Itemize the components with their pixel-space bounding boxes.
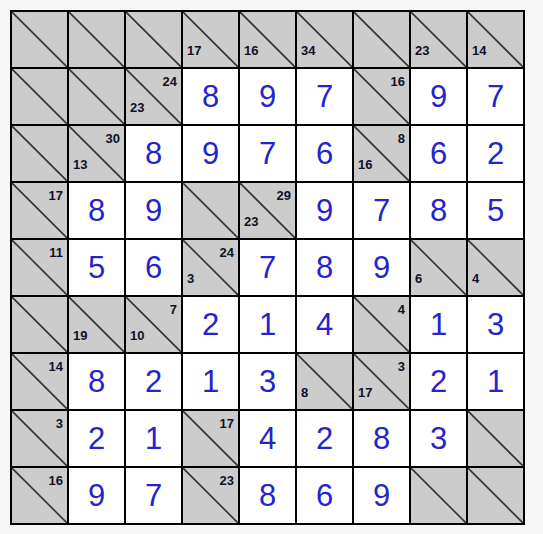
cell-value: 9 xyxy=(316,193,333,229)
cell-value: 7 xyxy=(487,79,504,115)
diagonal-line xyxy=(12,297,67,352)
cell-r9c5-entry[interactable]: 8 xyxy=(240,468,295,523)
cell-value: 6 xyxy=(430,136,447,172)
cell-r3c1-block xyxy=(12,126,67,181)
cell-r8c8-entry[interactable]: 3 xyxy=(411,411,466,466)
across-clue: 17 xyxy=(220,417,234,430)
across-clue: 23 xyxy=(220,474,234,487)
cell-r3c4-entry[interactable]: 9 xyxy=(183,126,238,181)
cell-r8c4-clue: 17 xyxy=(183,411,238,466)
across-clue: 3 xyxy=(398,360,405,373)
cell-value: 9 xyxy=(373,250,390,286)
cell-r8c2-entry[interactable]: 2 xyxy=(69,411,124,466)
diagonal-line xyxy=(12,69,67,124)
cell-r9c9-block xyxy=(468,468,523,523)
cell-r5c1-clue: 11 xyxy=(12,240,67,295)
cell-r5c7-entry[interactable]: 9 xyxy=(354,240,409,295)
diagonal-line xyxy=(240,12,295,67)
cell-value: 6 xyxy=(316,478,333,514)
cell-r8c5-entry[interactable]: 4 xyxy=(240,411,295,466)
cell-value: 8 xyxy=(88,193,105,229)
cell-value: 9 xyxy=(88,478,105,514)
cell-value: 9 xyxy=(145,193,162,229)
cell-value: 3 xyxy=(259,364,276,400)
across-clue: 7 xyxy=(170,303,177,316)
cell-r8c3-entry[interactable]: 1 xyxy=(126,411,181,466)
cell-value: 8 xyxy=(202,79,219,115)
cell-r3c2-clue: 1330 xyxy=(69,126,124,181)
cell-r3c9-entry[interactable]: 2 xyxy=(468,126,523,181)
across-clue: 16 xyxy=(391,75,405,88)
down-clue: 6 xyxy=(415,272,422,285)
diagonal-line xyxy=(69,69,124,124)
cell-value: 9 xyxy=(373,478,390,514)
down-clue: 4 xyxy=(472,272,479,285)
down-clue: 3 xyxy=(187,272,194,285)
cell-r4c4-block xyxy=(183,183,238,238)
down-clue: 10 xyxy=(130,329,144,342)
cell-value: 3 xyxy=(487,307,504,343)
cell-r4c9-entry[interactable]: 5 xyxy=(468,183,523,238)
cell-r2c4-entry[interactable]: 8 xyxy=(183,69,238,124)
cell-r1c1-block xyxy=(12,12,67,67)
cell-r6c2-clue: 19 xyxy=(69,297,124,352)
cell-r4c3-entry[interactable]: 9 xyxy=(126,183,181,238)
cell-r5c4-clue: 324 xyxy=(183,240,238,295)
cell-r3c7-clue: 168 xyxy=(354,126,409,181)
cell-r9c3-entry[interactable]: 7 xyxy=(126,468,181,523)
cell-r4c6-entry[interactable]: 9 xyxy=(297,183,352,238)
cell-r1c5-clue: 16 xyxy=(240,12,295,67)
cell-r7c6-clue: 8 xyxy=(297,354,352,409)
kakuro-board: 1716342314232489716971330897616862178923… xyxy=(10,10,525,525)
down-clue: 23 xyxy=(130,101,144,114)
across-clue: 24 xyxy=(163,75,177,88)
cell-value: 9 xyxy=(259,79,276,115)
cell-r1c4-clue: 17 xyxy=(183,12,238,67)
cell-r2c9-entry[interactable]: 7 xyxy=(468,69,523,124)
cell-r3c3-entry[interactable]: 8 xyxy=(126,126,181,181)
cell-r9c6-entry[interactable]: 6 xyxy=(297,468,352,523)
cell-r6c9-entry[interactable]: 3 xyxy=(468,297,523,352)
cell-r3c5-entry[interactable]: 7 xyxy=(240,126,295,181)
down-clue: 19 xyxy=(73,329,87,342)
across-clue: 29 xyxy=(277,189,291,202)
cell-r5c6-entry[interactable]: 8 xyxy=(297,240,352,295)
cell-value: 6 xyxy=(316,136,333,172)
cell-value: 1 xyxy=(145,421,162,457)
cell-value: 4 xyxy=(259,421,276,457)
cell-value: 2 xyxy=(430,364,447,400)
cell-r4c7-entry[interactable]: 7 xyxy=(354,183,409,238)
diagonal-line xyxy=(12,12,67,67)
diagonal-line xyxy=(69,12,124,67)
cell-r8c7-entry[interactable]: 8 xyxy=(354,411,409,466)
cell-r6c6-entry[interactable]: 4 xyxy=(297,297,352,352)
cell-r7c3-entry[interactable]: 2 xyxy=(126,354,181,409)
cell-value: 8 xyxy=(316,250,333,286)
cell-value: 8 xyxy=(88,364,105,400)
diagonal-line xyxy=(354,12,409,67)
cell-r1c7-block xyxy=(354,12,409,67)
down-clue: 23 xyxy=(244,215,258,228)
cell-r5c2-entry[interactable]: 5 xyxy=(69,240,124,295)
cell-r7c1-clue: 14 xyxy=(12,354,67,409)
down-clue: 23 xyxy=(415,44,429,57)
cell-value: 7 xyxy=(373,193,390,229)
cell-value: 1 xyxy=(430,307,447,343)
cell-r7c2-entry[interactable]: 8 xyxy=(69,354,124,409)
cell-r5c8-clue: 6 xyxy=(411,240,466,295)
diagonal-line xyxy=(183,12,238,67)
across-clue: 17 xyxy=(49,189,63,202)
cell-r4c1-clue: 17 xyxy=(12,183,67,238)
diagonal-line xyxy=(411,240,466,295)
cell-r9c4-clue: 23 xyxy=(183,468,238,523)
cell-r5c5-entry[interactable]: 7 xyxy=(240,240,295,295)
cell-r7c9-entry[interactable]: 1 xyxy=(468,354,523,409)
cell-value: 5 xyxy=(487,193,504,229)
cell-value: 2 xyxy=(487,136,504,172)
cell-r7c4-entry[interactable]: 1 xyxy=(183,354,238,409)
cell-r9c1-clue: 16 xyxy=(12,468,67,523)
down-clue: 16 xyxy=(358,158,372,171)
cell-value: 1 xyxy=(202,364,219,400)
cell-r4c8-entry[interactable]: 8 xyxy=(411,183,466,238)
cell-value: 1 xyxy=(259,307,276,343)
across-clue: 3 xyxy=(56,417,63,430)
cell-value: 2 xyxy=(202,307,219,343)
cell-value: 9 xyxy=(202,136,219,172)
down-clue: 13 xyxy=(73,158,87,171)
cell-value: 1 xyxy=(487,364,504,400)
diagonal-line xyxy=(468,12,523,67)
diagonal-line xyxy=(411,12,466,67)
cell-r2c3-clue: 2324 xyxy=(126,69,181,124)
cell-r8c1-clue: 3 xyxy=(12,411,67,466)
cell-r7c8-entry[interactable]: 2 xyxy=(411,354,466,409)
down-clue: 34 xyxy=(301,44,315,57)
down-clue: 16 xyxy=(244,44,258,57)
diagonal-line xyxy=(411,468,466,523)
cell-r6c1-block xyxy=(12,297,67,352)
across-clue: 16 xyxy=(49,474,63,487)
cell-r7c7-clue: 173 xyxy=(354,354,409,409)
diagonal-line xyxy=(69,297,124,352)
cell-r2c6-entry[interactable]: 7 xyxy=(297,69,352,124)
cell-r6c7-clue: 4 xyxy=(354,297,409,352)
cell-r5c3-entry[interactable]: 6 xyxy=(126,240,181,295)
cell-r8c6-entry[interactable]: 2 xyxy=(297,411,352,466)
cell-value: 2 xyxy=(88,421,105,457)
diagonal-line xyxy=(468,468,523,523)
cell-r9c8-block xyxy=(411,468,466,523)
cell-value: 7 xyxy=(259,250,276,286)
cell-r2c8-entry[interactable]: 9 xyxy=(411,69,466,124)
diagonal-line xyxy=(12,126,67,181)
cell-value: 7 xyxy=(145,478,162,514)
cell-value: 8 xyxy=(373,421,390,457)
cell-r6c8-entry[interactable]: 1 xyxy=(411,297,466,352)
cell-r9c2-entry[interactable]: 9 xyxy=(69,468,124,523)
cell-r6c4-entry[interactable]: 2 xyxy=(183,297,238,352)
across-clue: 11 xyxy=(49,246,63,259)
cell-r2c1-block xyxy=(12,69,67,124)
cell-value: 8 xyxy=(430,193,447,229)
cell-value: 2 xyxy=(145,364,162,400)
cell-r3c6-entry[interactable]: 6 xyxy=(297,126,352,181)
across-clue: 4 xyxy=(398,303,405,316)
across-clue: 30 xyxy=(106,132,120,145)
cell-value: 7 xyxy=(259,136,276,172)
cell-r2c7-clue: 16 xyxy=(354,69,409,124)
across-clue: 8 xyxy=(398,132,405,145)
cell-r5c9-clue: 4 xyxy=(468,240,523,295)
cell-value: 4 xyxy=(316,307,333,343)
diagonal-line xyxy=(297,12,352,67)
cell-r6c3-clue: 107 xyxy=(126,297,181,352)
diagonal-line xyxy=(126,12,181,67)
cell-r2c5-entry[interactable]: 9 xyxy=(240,69,295,124)
cell-value: 7 xyxy=(316,79,333,115)
cell-r6c5-entry[interactable]: 1 xyxy=(240,297,295,352)
cell-r1c9-clue: 14 xyxy=(468,12,523,67)
cell-value: 5 xyxy=(88,250,105,286)
down-clue: 17 xyxy=(358,386,372,399)
down-clue: 8 xyxy=(301,386,308,399)
diagonal-line xyxy=(468,411,523,466)
cell-r1c8-clue: 23 xyxy=(411,12,466,67)
diagonal-line xyxy=(468,240,523,295)
cell-value: 3 xyxy=(430,421,447,457)
cell-r8c9-block xyxy=(468,411,523,466)
across-clue: 14 xyxy=(49,360,63,373)
down-clue: 17 xyxy=(187,44,201,57)
cell-r1c6-clue: 34 xyxy=(297,12,352,67)
cell-r2c2-block xyxy=(69,69,124,124)
cell-r3c8-entry[interactable]: 6 xyxy=(411,126,466,181)
across-clue: 24 xyxy=(220,246,234,259)
cell-r9c7-entry[interactable]: 9 xyxy=(354,468,409,523)
cell-value: 6 xyxy=(145,250,162,286)
diagonal-line xyxy=(183,183,238,238)
cell-value: 8 xyxy=(145,136,162,172)
cell-r1c3-block xyxy=(126,12,181,67)
cell-value: 9 xyxy=(430,79,447,115)
down-clue: 14 xyxy=(472,44,486,57)
cell-value: 2 xyxy=(316,421,333,457)
cell-r7c5-entry[interactable]: 3 xyxy=(240,354,295,409)
cell-r4c5-clue: 2329 xyxy=(240,183,295,238)
diagonal-line xyxy=(297,354,352,409)
cell-r4c2-entry[interactable]: 8 xyxy=(69,183,124,238)
cell-r1c2-block xyxy=(69,12,124,67)
cell-value: 8 xyxy=(259,478,276,514)
